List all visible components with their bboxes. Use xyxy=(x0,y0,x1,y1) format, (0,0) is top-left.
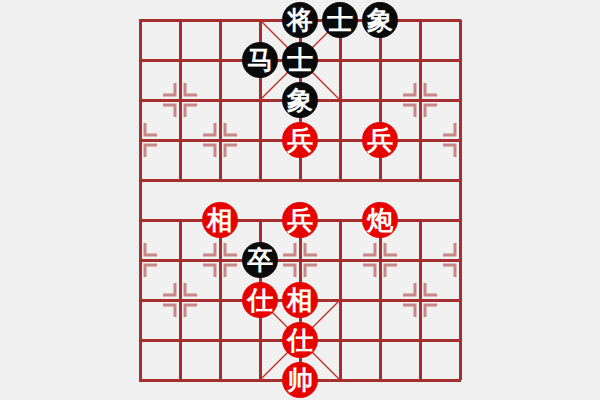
board-point-2-2[interactable] xyxy=(200,80,240,120)
piece-red-cannon[interactable]: 炮 xyxy=(362,202,398,238)
board-point-8-1[interactable] xyxy=(440,40,480,80)
board-point-0-4[interactable] xyxy=(120,160,160,200)
board-point-0-5[interactable] xyxy=(120,200,160,240)
board-point-8-7[interactable] xyxy=(440,280,480,320)
board-point-8-5[interactable] xyxy=(440,200,480,240)
piece-black-horse[interactable]: 马 xyxy=(242,42,278,78)
board-point-4-9[interactable]: 帅 xyxy=(280,360,320,400)
board-point-0-3[interactable] xyxy=(120,120,160,160)
piece-black-elephant-1[interactable]: 象 xyxy=(362,2,398,38)
board-point-4-4[interactable] xyxy=(280,160,320,200)
board-point-0-1[interactable] xyxy=(120,40,160,80)
board-point-3-6[interactable]: 卒 xyxy=(240,240,280,280)
piece-red-elephant-2[interactable]: 相 xyxy=(282,282,318,318)
board-point-6-2[interactable] xyxy=(360,80,400,120)
board-point-4-8[interactable]: 仕 xyxy=(280,320,320,360)
board-point-8-2[interactable] xyxy=(440,80,480,120)
piece-red-pawn-3[interactable]: 兵 xyxy=(282,202,318,238)
board-point-1-8[interactable] xyxy=(160,320,200,360)
board-point-1-5[interactable] xyxy=(160,200,200,240)
board-point-1-1[interactable] xyxy=(160,40,200,80)
board-point-6-3[interactable]: 兵 xyxy=(360,120,400,160)
board-point-7-6[interactable] xyxy=(400,240,440,280)
board-point-3-4[interactable] xyxy=(240,160,280,200)
board-point-3-3[interactable] xyxy=(240,120,280,160)
piece-black-pawn[interactable]: 卒 xyxy=(242,242,278,278)
board-point-3-1[interactable]: 马 xyxy=(240,40,280,80)
board-point-5-9[interactable] xyxy=(320,360,360,400)
board-point-3-9[interactable] xyxy=(240,360,280,400)
board-point-6-8[interactable] xyxy=(360,320,400,360)
xiangqi-app: 将士象马士象兵兵相兵炮卒仕相仕帅 xyxy=(0,0,600,400)
board-point-8-4[interactable] xyxy=(440,160,480,200)
piece-black-general[interactable]: 将 xyxy=(282,2,318,38)
board-point-6-1[interactable] xyxy=(360,40,400,80)
board-point-2-3[interactable] xyxy=(200,120,240,160)
board-point-5-5[interactable] xyxy=(320,200,360,240)
piece-black-elephant-2[interactable]: 象 xyxy=(282,82,318,118)
board-point-8-9[interactable] xyxy=(440,360,480,400)
board-point-1-3[interactable] xyxy=(160,120,200,160)
board-point-1-9[interactable] xyxy=(160,360,200,400)
piece-black-advisor-1[interactable]: 士 xyxy=(322,2,358,38)
board-point-2-0[interactable] xyxy=(200,0,240,40)
board-point-4-0[interactable]: 将 xyxy=(280,0,320,40)
board-point-7-4[interactable] xyxy=(400,160,440,200)
board-point-2-4[interactable] xyxy=(200,160,240,200)
board-point-3-8[interactable] xyxy=(240,320,280,360)
board-point-0-2[interactable] xyxy=(120,80,160,120)
board-point-5-0[interactable]: 士 xyxy=(320,0,360,40)
board-point-4-2[interactable]: 象 xyxy=(280,80,320,120)
board-point-5-4[interactable] xyxy=(320,160,360,200)
board-point-4-6[interactable] xyxy=(280,240,320,280)
board-point-7-8[interactable] xyxy=(400,320,440,360)
board-point-3-5[interactable] xyxy=(240,200,280,240)
board-point-6-6[interactable] xyxy=(360,240,400,280)
board-point-7-1[interactable] xyxy=(400,40,440,80)
board-point-7-5[interactable] xyxy=(400,200,440,240)
board-point-5-2[interactable] xyxy=(320,80,360,120)
board-point-6-4[interactable] xyxy=(360,160,400,200)
piece-red-pawn-2[interactable]: 兵 xyxy=(362,122,398,158)
board-point-1-6[interactable] xyxy=(160,240,200,280)
board-point-1-7[interactable] xyxy=(160,280,200,320)
piece-red-advisor-2[interactable]: 仕 xyxy=(282,322,318,358)
board-point-8-8[interactable] xyxy=(440,320,480,360)
piece-red-elephant-1[interactable]: 相 xyxy=(202,202,238,238)
board-point-7-9[interactable] xyxy=(400,360,440,400)
board-point-5-3[interactable] xyxy=(320,120,360,160)
board-point-7-0[interactable] xyxy=(400,0,440,40)
piece-red-advisor-1[interactable]: 仕 xyxy=(242,282,278,318)
board-point-0-9[interactable] xyxy=(120,360,160,400)
board: 将士象马士象兵兵相兵炮卒仕相仕帅 xyxy=(120,0,480,400)
board-point-1-4[interactable] xyxy=(160,160,200,200)
piece-red-general[interactable]: 帅 xyxy=(282,362,318,398)
board-point-8-3[interactable] xyxy=(440,120,480,160)
board-point-8-0[interactable] xyxy=(440,0,480,40)
board-point-6-7[interactable] xyxy=(360,280,400,320)
board-point-0-6[interactable] xyxy=(120,240,160,280)
board-point-6-5[interactable]: 炮 xyxy=(360,200,400,240)
board-point-2-6[interactable] xyxy=(200,240,240,280)
board-point-4-7[interactable]: 相 xyxy=(280,280,320,320)
board-point-5-8[interactable] xyxy=(320,320,360,360)
board-point-2-8[interactable] xyxy=(200,320,240,360)
piece-red-pawn-1[interactable]: 兵 xyxy=(282,122,318,158)
board-point-6-9[interactable] xyxy=(360,360,400,400)
board-point-0-0[interactable] xyxy=(120,0,160,40)
board-point-7-3[interactable] xyxy=(400,120,440,160)
board-point-2-7[interactable] xyxy=(200,280,240,320)
board-point-7-7[interactable] xyxy=(400,280,440,320)
board-point-4-5[interactable]: 兵 xyxy=(280,200,320,240)
board-point-1-2[interactable] xyxy=(160,80,200,120)
piece-black-advisor-2[interactable]: 士 xyxy=(282,42,318,78)
board-point-3-7[interactable]: 仕 xyxy=(240,280,280,320)
board-point-6-0[interactable]: 象 xyxy=(360,0,400,40)
board-point-3-0[interactable] xyxy=(240,0,280,40)
board-point-5-6[interactable] xyxy=(320,240,360,280)
board-point-0-8[interactable] xyxy=(120,320,160,360)
board-point-5-7[interactable] xyxy=(320,280,360,320)
board-point-4-3[interactable]: 兵 xyxy=(280,120,320,160)
board-point-7-2[interactable] xyxy=(400,80,440,120)
board-point-8-6[interactable] xyxy=(440,240,480,280)
board-point-1-0[interactable] xyxy=(160,0,200,40)
board-point-2-5[interactable]: 相 xyxy=(200,200,240,240)
board-point-0-7[interactable] xyxy=(120,280,160,320)
board-point-3-2[interactable] xyxy=(240,80,280,120)
board-point-2-1[interactable] xyxy=(200,40,240,80)
board-point-2-9[interactable] xyxy=(200,360,240,400)
board-point-4-1[interactable]: 士 xyxy=(280,40,320,80)
board-point-5-1[interactable] xyxy=(320,40,360,80)
